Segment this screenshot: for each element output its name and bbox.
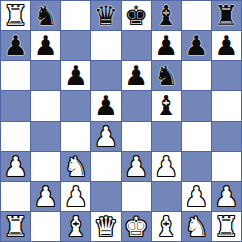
- square-h2[interactable]: ♟: [212, 182, 241, 211]
- square-c8[interactable]: [61, 1, 90, 30]
- square-f3[interactable]: ♟: [152, 152, 181, 181]
- white-rook-piece[interactable]: ♜: [3, 213, 27, 240]
- square-f4[interactable]: [152, 122, 181, 151]
- chess-board: ♜♞♛♚♝♜♟♟♟♟♟♟♟♞♟♝♟♟♞♟♟♟♟♟♟♜♝♛♚♝♞♜: [0, 0, 242, 242]
- white-pawn-piece[interactable]: ♟: [214, 183, 238, 210]
- black-pawn-piece[interactable]: ♟: [184, 32, 208, 59]
- square-e3[interactable]: ♟: [122, 152, 151, 181]
- square-b8[interactable]: ♞: [31, 1, 60, 30]
- white-rook-piece[interactable]: ♜: [214, 213, 238, 240]
- square-a6[interactable]: [1, 61, 30, 90]
- square-c5[interactable]: [61, 91, 90, 120]
- black-pawn-piece[interactable]: ♟: [64, 62, 88, 89]
- square-f2[interactable]: [152, 182, 181, 211]
- black-rook-piece[interactable]: ♜: [214, 2, 238, 29]
- black-pawn-piece[interactable]: ♟: [154, 32, 178, 59]
- square-f6[interactable]: ♞: [152, 61, 181, 90]
- black-bishop-piece[interactable]: ♝: [154, 2, 178, 29]
- black-pawn-piece[interactable]: ♟: [124, 62, 148, 89]
- square-c2[interactable]: ♟: [61, 182, 90, 211]
- square-b4[interactable]: [31, 122, 60, 151]
- square-h4[interactable]: [212, 122, 241, 151]
- square-b5[interactable]: [31, 91, 60, 120]
- square-b6[interactable]: [31, 61, 60, 90]
- white-pawn-piece[interactable]: ♟: [64, 183, 88, 210]
- white-knight-piece[interactable]: ♞: [64, 153, 88, 180]
- square-d8[interactable]: ♛: [91, 1, 120, 30]
- square-d7[interactable]: [91, 31, 120, 60]
- square-f5[interactable]: ♝: [152, 91, 181, 120]
- square-c7[interactable]: [61, 31, 90, 60]
- square-c4[interactable]: [61, 122, 90, 151]
- square-d3[interactable]: [91, 152, 120, 181]
- square-e4[interactable]: [122, 122, 151, 151]
- black-pawn-piece[interactable]: ♟: [94, 92, 118, 119]
- square-e7[interactable]: [122, 31, 151, 60]
- square-e2[interactable]: [122, 182, 151, 211]
- square-d4[interactable]: ♟: [91, 122, 120, 151]
- square-c6[interactable]: ♟: [61, 61, 90, 90]
- square-e6[interactable]: ♟: [122, 61, 151, 90]
- square-b3[interactable]: [31, 152, 60, 181]
- square-h8[interactable]: ♜: [212, 1, 241, 30]
- white-king-piece[interactable]: ♚: [124, 213, 148, 240]
- square-d5[interactable]: ♟: [91, 91, 120, 120]
- square-e5[interactable]: [122, 91, 151, 120]
- square-g7[interactable]: ♟: [182, 31, 211, 60]
- square-g1[interactable]: ♞: [182, 212, 211, 241]
- square-f8[interactable]: ♝: [152, 1, 181, 30]
- white-bishop-piece[interactable]: ♝: [154, 213, 178, 240]
- square-b1[interactable]: [31, 212, 60, 241]
- square-h6[interactable]: [212, 61, 241, 90]
- white-rook-piece[interactable]: ♜: [3, 2, 27, 29]
- square-a5[interactable]: [1, 91, 30, 120]
- square-g5[interactable]: [182, 91, 211, 120]
- black-king-piece[interactable]: ♚: [124, 2, 148, 29]
- square-d6[interactable]: [91, 61, 120, 90]
- square-b2[interactable]: ♟: [31, 182, 60, 211]
- white-knight-piece[interactable]: ♞: [184, 213, 208, 240]
- square-d2[interactable]: [91, 182, 120, 211]
- square-c3[interactable]: ♞: [61, 152, 90, 181]
- square-h1[interactable]: ♜: [212, 212, 241, 241]
- square-f1[interactable]: ♝: [152, 212, 181, 241]
- square-e1[interactable]: ♚: [122, 212, 151, 241]
- white-pawn-piece[interactable]: ♟: [3, 153, 27, 180]
- square-a2[interactable]: [1, 182, 30, 211]
- square-g3[interactable]: [182, 152, 211, 181]
- square-f7[interactable]: ♟: [152, 31, 181, 60]
- square-d1[interactable]: ♛: [91, 212, 120, 241]
- square-h3[interactable]: [212, 152, 241, 181]
- white-pawn-piece[interactable]: ♟: [34, 183, 58, 210]
- black-bishop-piece[interactable]: ♝: [154, 92, 178, 119]
- square-g2[interactable]: ♟: [182, 182, 211, 211]
- black-knight-piece[interactable]: ♞: [34, 2, 58, 29]
- square-h7[interactable]: ♟: [212, 31, 241, 60]
- black-queen-piece[interactable]: ♛: [94, 2, 118, 29]
- square-c1[interactable]: ♝: [61, 212, 90, 241]
- black-pawn-piece[interactable]: ♟: [34, 32, 58, 59]
- square-a4[interactable]: [1, 122, 30, 151]
- white-pawn-piece[interactable]: ♟: [184, 183, 208, 210]
- square-g6[interactable]: [182, 61, 211, 90]
- white-pawn-piece[interactable]: ♟: [154, 153, 178, 180]
- white-pawn-piece[interactable]: ♟: [124, 153, 148, 180]
- black-pawn-piece[interactable]: ♟: [214, 32, 238, 59]
- square-a8[interactable]: ♜: [1, 1, 30, 30]
- square-h5[interactable]: [212, 91, 241, 120]
- square-e8[interactable]: ♚: [122, 1, 151, 30]
- square-a1[interactable]: ♜: [1, 212, 30, 241]
- white-queen-piece[interactable]: ♛: [94, 213, 118, 240]
- square-b7[interactable]: ♟: [31, 31, 60, 60]
- square-a7[interactable]: ♟: [1, 31, 30, 60]
- black-knight-piece[interactable]: ♞: [154, 62, 178, 89]
- square-a3[interactable]: ♟: [1, 152, 30, 181]
- square-g4[interactable]: [182, 122, 211, 151]
- white-pawn-piece[interactable]: ♟: [94, 123, 118, 150]
- square-g8[interactable]: [182, 1, 211, 30]
- white-bishop-piece[interactable]: ♝: [64, 213, 88, 240]
- black-pawn-piece[interactable]: ♟: [3, 32, 27, 59]
